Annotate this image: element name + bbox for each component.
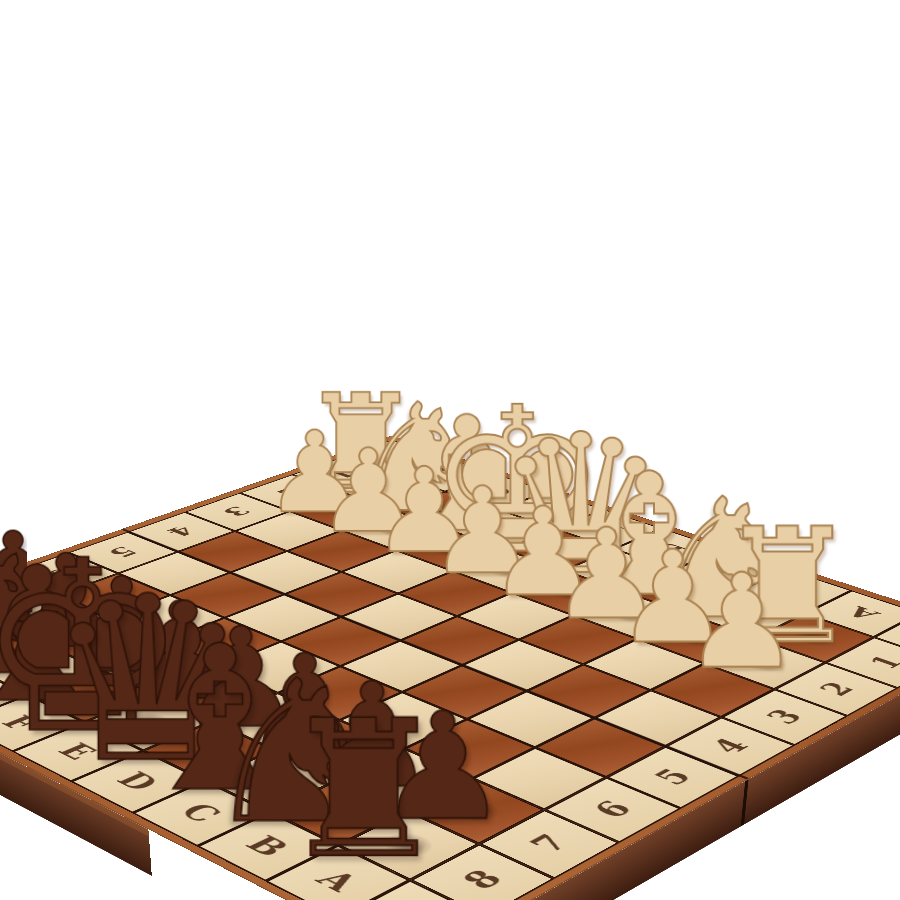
board-top-face: HGFEDCBA1♜♞♝♚♛♝♞♜12♟♟♟♟♟♟♟♟2334455667♟♟♟… <box>0 436 900 900</box>
chess-set-product-photo: { "game": "chess", "scene": { "descripti… <box>0 0 900 900</box>
board-grid: HGFEDCBA1♜♞♝♚♛♝♞♜12♟♟♟♟♟♟♟♟2334455667♟♟♟… <box>0 440 900 900</box>
photo-stage: HGFEDCBA1♜♞♝♚♛♝♞♜12♟♟♟♟♟♟♟♟2334455667♟♟♟… <box>0 210 830 900</box>
chess-board: HGFEDCBA1♜♞♝♚♛♝♞♜12♟♟♟♟♟♟♟♟2334455667♟♟♟… <box>0 436 900 900</box>
white-pawn-a2[interactable]: ♟ <box>683 556 800 686</box>
board-side-seam <box>741 779 749 827</box>
black-rook-a8[interactable]: ♜ <box>279 695 449 885</box>
